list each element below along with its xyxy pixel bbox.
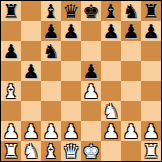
square-a1[interactable]: ♜ <box>1 141 21 161</box>
square-f4[interactable] <box>101 81 121 101</box>
piece-black-pawn[interactable]: ♟ <box>42 21 59 41</box>
square-g7[interactable]: ♟ <box>121 21 141 41</box>
piece-black-bishop[interactable]: ♝ <box>42 1 59 21</box>
piece-white-pawn[interactable]: ♟ <box>102 121 119 141</box>
square-e2[interactable] <box>81 121 101 141</box>
square-f3[interactable]: ♞ <box>101 101 121 121</box>
square-b5[interactable]: ♟ <box>21 61 41 81</box>
square-a8[interactable]: ♜ <box>1 1 21 21</box>
square-c6[interactable]: ♞ <box>41 41 61 61</box>
piece-black-rook[interactable]: ♜ <box>142 1 159 21</box>
square-h8[interactable]: ♜ <box>141 1 161 21</box>
square-e7[interactable] <box>81 21 101 41</box>
square-c3[interactable] <box>41 101 61 121</box>
square-f1[interactable] <box>101 141 121 161</box>
square-b8[interactable] <box>21 1 41 21</box>
piece-black-bishop[interactable]: ♝ <box>102 1 119 21</box>
square-b4[interactable] <box>21 81 41 101</box>
square-h1[interactable]: ♜ <box>141 141 161 161</box>
piece-white-pawn[interactable]: ♟ <box>142 121 159 141</box>
square-g2[interactable]: ♟ <box>121 121 141 141</box>
square-e4[interactable]: ♟ <box>81 81 101 101</box>
square-b6[interactable] <box>21 41 41 61</box>
square-b1[interactable]: ♞ <box>21 141 41 161</box>
square-d2[interactable]: ♟ <box>61 121 81 141</box>
piece-white-knight[interactable]: ♞ <box>102 101 119 121</box>
square-b3[interactable] <box>21 101 41 121</box>
square-g6[interactable] <box>121 41 141 61</box>
piece-white-queen[interactable]: ♛ <box>62 141 79 161</box>
piece-black-knight[interactable]: ♞ <box>42 41 59 61</box>
square-f6[interactable] <box>101 41 121 61</box>
square-a7[interactable] <box>1 21 21 41</box>
square-g4[interactable] <box>121 81 141 101</box>
piece-white-bishop[interactable]: ♝ <box>2 81 19 101</box>
square-d6[interactable] <box>61 41 81 61</box>
square-f5[interactable] <box>101 61 121 81</box>
square-c2[interactable]: ♟ <box>41 121 61 141</box>
square-a6[interactable]: ♟ <box>1 41 21 61</box>
piece-black-pawn[interactable]: ♟ <box>102 21 119 41</box>
square-g3[interactable] <box>121 101 141 121</box>
piece-black-pawn[interactable]: ♟ <box>22 61 39 81</box>
square-b7[interactable] <box>21 21 41 41</box>
piece-black-queen[interactable]: ♛ <box>62 1 79 21</box>
square-g1[interactable] <box>121 141 141 161</box>
square-f2[interactable]: ♟ <box>101 121 121 141</box>
piece-black-rook[interactable]: ♜ <box>2 1 19 21</box>
square-e1[interactable]: ♚ <box>81 141 101 161</box>
piece-white-bishop[interactable]: ♝ <box>42 141 59 161</box>
square-c1[interactable]: ♝ <box>41 141 61 161</box>
piece-black-pawn[interactable]: ♟ <box>142 21 159 41</box>
square-f7[interactable]: ♟ <box>101 21 121 41</box>
square-d5[interactable] <box>61 61 81 81</box>
piece-black-knight[interactable]: ♞ <box>122 1 139 21</box>
square-g5[interactable] <box>121 61 141 81</box>
square-f8[interactable]: ♝ <box>101 1 121 21</box>
piece-white-pawn[interactable]: ♟ <box>42 121 59 141</box>
square-a4[interactable]: ♝ <box>1 81 21 101</box>
piece-white-knight[interactable]: ♞ <box>22 141 39 161</box>
square-c7[interactable]: ♟ <box>41 21 61 41</box>
square-e6[interactable] <box>81 41 101 61</box>
piece-white-pawn[interactable]: ♟ <box>82 81 99 101</box>
chess-board: ♜♝♛♚♝♞♜♟♟♟♟♟♟♞♟♟♝♟♞♟♟♟♟♟♟♟♜♞♝♛♚♜ <box>0 0 162 162</box>
square-e5[interactable]: ♟ <box>81 61 101 81</box>
piece-white-king[interactable]: ♚ <box>82 141 99 161</box>
piece-white-pawn[interactable]: ♟ <box>22 121 39 141</box>
piece-black-pawn[interactable]: ♟ <box>2 41 19 61</box>
square-h3[interactable] <box>141 101 161 121</box>
piece-white-pawn[interactable]: ♟ <box>62 121 79 141</box>
square-c4[interactable] <box>41 81 61 101</box>
piece-black-pawn[interactable]: ♟ <box>82 61 99 81</box>
square-c5[interactable] <box>41 61 61 81</box>
square-d8[interactable]: ♛ <box>61 1 81 21</box>
square-d7[interactable]: ♟ <box>61 21 81 41</box>
square-c8[interactable]: ♝ <box>41 1 61 21</box>
square-a3[interactable] <box>1 101 21 121</box>
square-h7[interactable]: ♟ <box>141 21 161 41</box>
square-d3[interactable] <box>61 101 81 121</box>
square-h4[interactable] <box>141 81 161 101</box>
piece-white-rook[interactable]: ♜ <box>2 141 19 161</box>
square-e3[interactable] <box>81 101 101 121</box>
square-d1[interactable]: ♛ <box>61 141 81 161</box>
piece-white-pawn[interactable]: ♟ <box>122 121 139 141</box>
piece-black-king[interactable]: ♚ <box>82 1 99 21</box>
piece-white-pawn[interactable]: ♟ <box>2 121 19 141</box>
square-a2[interactable]: ♟ <box>1 121 21 141</box>
square-b2[interactable]: ♟ <box>21 121 41 141</box>
square-d4[interactable] <box>61 81 81 101</box>
square-e8[interactable]: ♚ <box>81 1 101 21</box>
square-h2[interactable]: ♟ <box>141 121 161 141</box>
square-a5[interactable] <box>1 61 21 81</box>
square-h6[interactable] <box>141 41 161 61</box>
square-g8[interactable]: ♞ <box>121 1 141 21</box>
piece-white-rook[interactable]: ♜ <box>142 141 159 161</box>
piece-black-pawn[interactable]: ♟ <box>122 21 139 41</box>
piece-black-pawn[interactable]: ♟ <box>62 21 79 41</box>
square-h5[interactable] <box>141 61 161 81</box>
